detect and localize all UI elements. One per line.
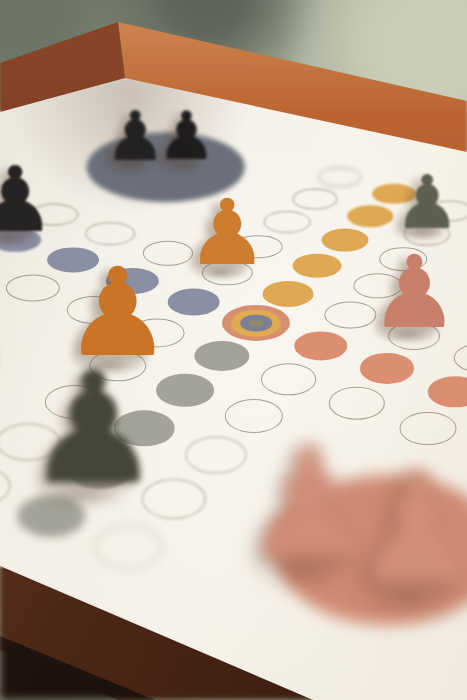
black-pawn-1[interactable]: ♟ [105,104,166,169]
track-cell[interactable] [325,301,376,328]
center-goal-ring-3 [249,320,263,328]
track-cell[interactable] [261,363,317,394]
track-cell[interactable] [185,437,246,474]
track-cell[interactable] [318,167,362,187]
ludo-photo-scene: ♟♟♟♟♟♟♟♟♟♟ [0,0,467,700]
lane-cell-slate[interactable] [167,288,220,315]
track-cell[interactable] [0,465,11,505]
track-cell[interactable] [94,525,162,569]
track-cell[interactable] [292,188,337,209]
lane-cell-gold[interactable] [263,280,314,306]
lane-cell-salmon[interactable] [428,376,467,407]
lane-cell-gray[interactable] [194,340,249,370]
orange-pawn-1[interactable]: ♟ [186,190,267,276]
black-pawn-3[interactable]: ♟ [0,157,56,243]
olive-pawn-1[interactable]: ♟ [394,167,460,237]
olive-pawn-2[interactable]: ♟ [24,354,163,501]
lane-cell-salmon[interactable] [294,331,347,360]
lane-cell-gold[interactable] [347,206,392,228]
lane-cell-gold[interactable] [321,229,368,252]
lane-cell-salmon[interactable] [360,353,414,383]
pink-pawn-1[interactable]: ♟ [369,245,459,340]
ludo-board: ♟♟♟♟♟♟♟♟♟♟ [0,0,467,700]
lane-cell-gold[interactable] [293,254,342,278]
track-cell[interactable] [264,211,311,233]
pink-pawn-3[interactable]: ♟ [349,456,467,603]
track-cell[interactable] [6,275,60,302]
